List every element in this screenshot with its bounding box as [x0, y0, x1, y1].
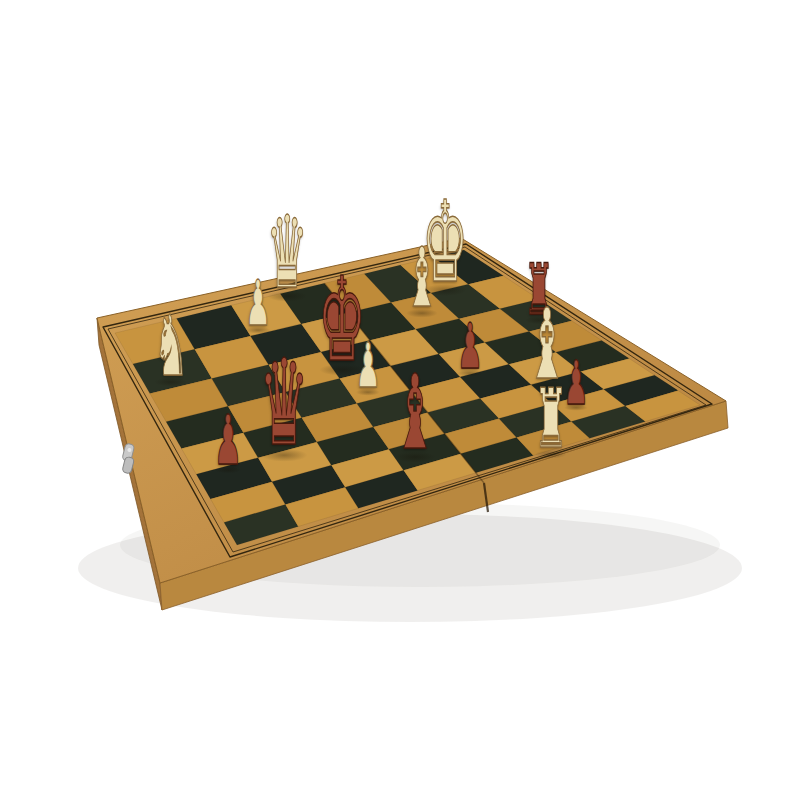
piece-white-pawn-d5[interactable]: ♟ [355, 335, 381, 397]
piece-dark-queen-b3[interactable]: ♛ [259, 344, 308, 463]
piece-white-knight-a6[interactable]: ♞ [154, 304, 189, 388]
piece-dark-pawn-a3[interactable]: ♟ [214, 406, 242, 475]
piece-dark-pawn-f4[interactable]: ♟ [457, 315, 483, 378]
piece-white-queen-d8[interactable]: ♛ [266, 203, 307, 303]
piece-white-pawn-c7[interactable]: ♟ [245, 272, 271, 335]
piece-white-bishop-f7[interactable]: ♝ [405, 237, 439, 319]
piece-dark-bishop-d3[interactable]: ♝ [394, 361, 436, 464]
product-photo-stage: chess ♚♛♝♜♟♚♟♞♝♟♟♜♛♝♟ [0, 0, 800, 800]
piece-white-rook-f1[interactable]: ♜ [534, 378, 568, 460]
